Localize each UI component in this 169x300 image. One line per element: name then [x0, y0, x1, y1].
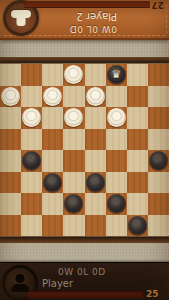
white-checker[interactable]: [1, 87, 20, 106]
board-frame: ♛: [0, 57, 169, 243]
player2-info: 0W 0L 0D Player 2: [69, 11, 117, 33]
checkers-board: ♛: [0, 64, 169, 236]
board-square-r2c6: [127, 107, 148, 129]
board-square-r6c5[interactable]: [106, 193, 127, 215]
white-checker[interactable]: [64, 108, 83, 127]
board-square-r4c4: [85, 150, 106, 172]
board-square-r7c2[interactable]: [42, 215, 63, 237]
board-square-r4c1[interactable]: [21, 150, 42, 172]
board-square-r6c3[interactable]: [63, 193, 84, 215]
board-square-r7c1: [21, 215, 42, 237]
board-square-r6c4: [85, 193, 106, 215]
black-checker[interactable]: [43, 173, 62, 192]
board-square-r0c2: [42, 64, 63, 86]
board-square-r2c4: [85, 107, 106, 129]
board-square-r4c6: [127, 150, 148, 172]
board-square-r0c0: [0, 64, 21, 86]
game-screen: 0W 0L 0D Player 2 27 ♛ 0W 0L 0D Player 2…: [0, 0, 169, 300]
board-square-r2c2: [42, 107, 63, 129]
board-square-r1c0[interactable]: [0, 86, 21, 108]
board-square-r5c3: [63, 172, 84, 194]
board-square-r6c2: [42, 193, 63, 215]
board-square-r0c6: [127, 64, 148, 86]
board-square-r3c1: [21, 129, 42, 151]
white-checker[interactable]: [64, 65, 83, 84]
board-square-r0c7[interactable]: [148, 64, 169, 86]
top-player-bar-rotated-content: 0W 0L 0D Player 2 27: [0, 0, 169, 38]
board-square-r1c5: [106, 86, 127, 108]
stitch-line: [4, 35, 165, 36]
board-square-r4c7[interactable]: [148, 150, 169, 172]
bottom-player-bar: 0W 0L 0D Player 25: [0, 262, 169, 300]
board-square-r5c0[interactable]: [0, 172, 21, 194]
board-square-r3c3: [63, 129, 84, 151]
player2-stats: 0W 0L 0D: [69, 24, 117, 33]
board-square-r5c2[interactable]: [42, 172, 63, 194]
board-square-r2c5[interactable]: [106, 107, 127, 129]
board-square-r3c4[interactable]: [85, 129, 106, 151]
black-checker[interactable]: [22, 151, 41, 170]
white-checker[interactable]: [22, 108, 41, 127]
black-checker[interactable]: [149, 151, 168, 170]
board-square-r5c4[interactable]: [85, 172, 106, 194]
board-square-r7c5: [106, 215, 127, 237]
board-square-r5c6[interactable]: [127, 172, 148, 194]
player2-timer-bar: [24, 1, 150, 8]
board-square-r3c2[interactable]: [42, 129, 63, 151]
board-square-r7c0[interactable]: [0, 215, 21, 237]
board-square-r6c0: [0, 193, 21, 215]
board-square-r2c3[interactable]: [63, 107, 84, 129]
person-icon: [9, 274, 31, 292]
player1-stats: 0W 0L 0D: [58, 267, 106, 277]
board-square-r1c1: [21, 86, 42, 108]
board-square-r5c5: [106, 172, 127, 194]
board-square-r0c1[interactable]: [21, 64, 42, 86]
top-player-bar: 0W 0L 0D Player 2 27: [0, 0, 169, 40]
black-checker[interactable]: [128, 216, 147, 235]
white-checker[interactable]: [43, 87, 62, 106]
player1-timer: 25: [146, 289, 159, 299]
board-square-r3c0[interactable]: [0, 129, 21, 151]
white-checker[interactable]: [86, 87, 105, 106]
board-square-r3c6[interactable]: [127, 129, 148, 151]
board-square-r3c7: [148, 129, 169, 151]
board-square-r6c6: [127, 193, 148, 215]
black-king-checker[interactable]: ♛: [107, 65, 126, 84]
board-square-r5c7: [148, 172, 169, 194]
board-square-r7c4[interactable]: [85, 215, 106, 237]
board-square-r4c3[interactable]: [63, 150, 84, 172]
board-square-r5c1: [21, 172, 42, 194]
stitch-line-side: [166, 4, 167, 34]
board-square-r2c7[interactable]: [148, 107, 169, 129]
board-square-r4c2: [42, 150, 63, 172]
player2-name: Player 2: [69, 11, 117, 21]
board-square-r4c0: [0, 150, 21, 172]
player1-timer-bar: [28, 291, 143, 298]
black-checker[interactable]: [64, 194, 83, 213]
board-square-r4c5[interactable]: [106, 150, 127, 172]
checker-piece-icon: [11, 10, 31, 26]
board-square-r0c4: [85, 64, 106, 86]
board-square-r1c2[interactable]: [42, 86, 63, 108]
board-square-r7c6[interactable]: [127, 215, 148, 237]
king-crown-icon: ♛: [111, 69, 121, 80]
player2-timer: 27: [151, 0, 164, 10]
board-square-r1c3: [63, 86, 84, 108]
board-square-r7c7: [148, 215, 169, 237]
board-square-r0c3[interactable]: [63, 64, 84, 86]
board-square-r7c3: [63, 215, 84, 237]
board-square-r6c7[interactable]: [148, 193, 169, 215]
board-square-r0c5[interactable]: ♛: [106, 64, 127, 86]
white-checker[interactable]: [107, 108, 126, 127]
board-square-r2c1[interactable]: [21, 107, 42, 129]
board-square-r1c4[interactable]: [85, 86, 106, 108]
player1-name: Player: [42, 278, 73, 289]
board-square-r6c1[interactable]: [21, 193, 42, 215]
black-checker[interactable]: [86, 173, 105, 192]
board-square-r1c6[interactable]: [127, 86, 148, 108]
board-square-r1c7: [148, 86, 169, 108]
black-checker[interactable]: [107, 194, 126, 213]
board-square-r2c0: [0, 107, 21, 129]
board-square-r3c5: [106, 129, 127, 151]
